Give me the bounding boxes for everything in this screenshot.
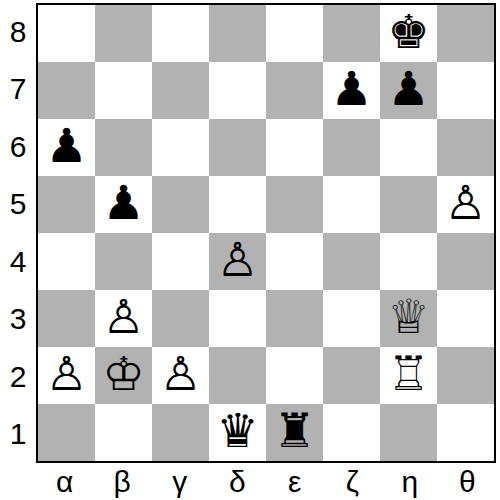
- file-label-γ: γ: [151, 463, 209, 500]
- square-β7[interactable]: [95, 62, 152, 119]
- square-ε7[interactable]: [266, 62, 323, 119]
- square-α6[interactable]: ♟: [38, 119, 95, 176]
- square-θ1[interactable]: [437, 404, 494, 461]
- square-γ3[interactable]: [152, 290, 209, 347]
- square-β4[interactable]: [95, 233, 152, 290]
- black-king[interactable]: ♚: [387, 8, 429, 55]
- square-δ5[interactable]: [209, 176, 266, 233]
- square-θ4[interactable]: [437, 233, 494, 290]
- rank-label-3: 3: [0, 291, 36, 349]
- square-ε6[interactable]: [266, 119, 323, 176]
- black-pawn[interactable]: ♟: [45, 122, 87, 169]
- white-pawn[interactable]: ♙: [444, 179, 486, 226]
- chess-diagram: 87654321 ♚♟♟♟♟♙♙♙♕♙♔♙♖♛♜ αβγδεζηθ: [0, 0, 500, 500]
- file-label-η: η: [381, 463, 439, 500]
- file-label-ε: ε: [266, 463, 324, 500]
- file-label-β: β: [94, 463, 152, 500]
- square-β5[interactable]: ♟: [95, 176, 152, 233]
- square-α2[interactable]: ♙: [38, 347, 95, 404]
- rank-label-7: 7: [0, 61, 36, 119]
- rank-labels: 87654321: [0, 3, 36, 463]
- square-α5[interactable]: [38, 176, 95, 233]
- square-δ4[interactable]: ♙: [209, 233, 266, 290]
- white-rook[interactable]: ♖: [387, 350, 429, 397]
- file-label-ζ: ζ: [324, 463, 382, 500]
- square-δ8[interactable]: [209, 5, 266, 62]
- square-δ3[interactable]: [209, 290, 266, 347]
- square-η5[interactable]: [380, 176, 437, 233]
- square-ε5[interactable]: [266, 176, 323, 233]
- square-ζ2[interactable]: [323, 347, 380, 404]
- file-label-θ: θ: [439, 463, 497, 500]
- black-pawn[interactable]: ♟: [330, 65, 372, 112]
- square-γ7[interactable]: [152, 62, 209, 119]
- square-ε4[interactable]: [266, 233, 323, 290]
- square-ε8[interactable]: [266, 5, 323, 62]
- square-η7[interactable]: ♟: [380, 62, 437, 119]
- white-king[interactable]: ♔: [102, 350, 144, 397]
- square-θ2[interactable]: [437, 347, 494, 404]
- square-θ7[interactable]: [437, 62, 494, 119]
- square-β2[interactable]: ♔: [95, 347, 152, 404]
- square-η2[interactable]: ♖: [380, 347, 437, 404]
- square-θ5[interactable]: ♙: [437, 176, 494, 233]
- square-θ6[interactable]: [437, 119, 494, 176]
- square-ζ1[interactable]: [323, 404, 380, 461]
- square-η3[interactable]: ♕: [380, 290, 437, 347]
- square-β1[interactable]: [95, 404, 152, 461]
- square-ζ5[interactable]: [323, 176, 380, 233]
- square-η8[interactable]: ♚: [380, 5, 437, 62]
- square-β8[interactable]: [95, 5, 152, 62]
- black-rook[interactable]: ♜: [273, 407, 315, 454]
- square-ζ7[interactable]: ♟: [323, 62, 380, 119]
- black-pawn[interactable]: ♟: [387, 65, 429, 112]
- black-queen[interactable]: ♛: [216, 407, 258, 454]
- square-ζ3[interactable]: [323, 290, 380, 347]
- square-γ5[interactable]: [152, 176, 209, 233]
- square-γ4[interactable]: [152, 233, 209, 290]
- square-γ8[interactable]: [152, 5, 209, 62]
- white-pawn[interactable]: ♙: [159, 350, 201, 397]
- square-α7[interactable]: [38, 62, 95, 119]
- square-α8[interactable]: [38, 5, 95, 62]
- square-θ8[interactable]: [437, 5, 494, 62]
- rank-label-2: 2: [0, 348, 36, 406]
- white-pawn[interactable]: ♙: [45, 350, 87, 397]
- square-δ6[interactable]: [209, 119, 266, 176]
- square-α3[interactable]: [38, 290, 95, 347]
- square-ζ8[interactable]: [323, 5, 380, 62]
- square-β6[interactable]: [95, 119, 152, 176]
- white-pawn[interactable]: ♙: [216, 236, 258, 283]
- file-label-δ: δ: [209, 463, 267, 500]
- square-δ1[interactable]: ♛: [209, 404, 266, 461]
- square-β3[interactable]: ♙: [95, 290, 152, 347]
- square-ζ4[interactable]: [323, 233, 380, 290]
- black-pawn[interactable]: ♟: [102, 179, 144, 226]
- white-pawn[interactable]: ♙: [102, 293, 144, 340]
- square-α4[interactable]: [38, 233, 95, 290]
- square-ζ6[interactable]: [323, 119, 380, 176]
- square-η6[interactable]: [380, 119, 437, 176]
- rank-label-8: 8: [0, 3, 36, 61]
- square-γ1[interactable]: [152, 404, 209, 461]
- square-η1[interactable]: [380, 404, 437, 461]
- square-ε1[interactable]: ♜: [266, 404, 323, 461]
- square-η4[interactable]: [380, 233, 437, 290]
- square-γ6[interactable]: [152, 119, 209, 176]
- rank-label-4: 4: [0, 233, 36, 291]
- square-ε2[interactable]: [266, 347, 323, 404]
- white-queen[interactable]: ♕: [387, 293, 429, 340]
- file-labels: αβγδεζηθ: [36, 463, 496, 500]
- rank-label-5: 5: [0, 176, 36, 234]
- square-ε3[interactable]: [266, 290, 323, 347]
- square-δ7[interactable]: [209, 62, 266, 119]
- square-α1[interactable]: [38, 404, 95, 461]
- square-δ2[interactable]: [209, 347, 266, 404]
- square-θ3[interactable]: [437, 290, 494, 347]
- rank-label-6: 6: [0, 118, 36, 176]
- file-label-α: α: [36, 463, 94, 500]
- chess-board: ♚♟♟♟♟♙♙♙♕♙♔♙♖♛♜: [36, 3, 496, 463]
- square-γ2[interactable]: ♙: [152, 347, 209, 404]
- rank-label-1: 1: [0, 406, 36, 464]
